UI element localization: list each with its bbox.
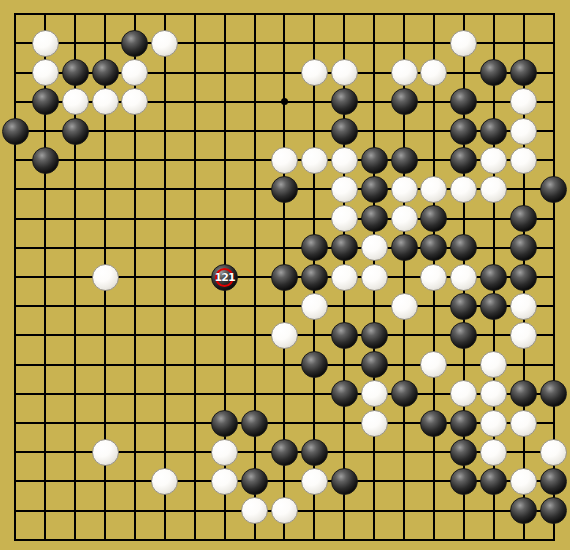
black-stone — [510, 205, 537, 232]
black-stone — [540, 380, 567, 407]
black-stone — [331, 118, 358, 145]
black-stone — [271, 439, 298, 466]
black-stone — [211, 410, 238, 437]
white-stone — [510, 147, 537, 174]
white-stone — [391, 59, 418, 86]
black-stone — [361, 322, 388, 349]
black-stone — [420, 205, 447, 232]
white-stone — [480, 439, 507, 466]
white-stone — [510, 293, 537, 320]
white-stone — [420, 176, 447, 203]
black-stone — [510, 234, 537, 261]
black-stone — [361, 176, 388, 203]
black-stone — [480, 293, 507, 320]
white-stone — [361, 410, 388, 437]
black-stone — [450, 410, 477, 437]
black-stone — [32, 147, 59, 174]
black-stone — [361, 205, 388, 232]
black-stone — [2, 118, 29, 145]
white-stone — [480, 147, 507, 174]
white-stone — [361, 380, 388, 407]
white-stone — [92, 439, 119, 466]
grid-line-horizontal — [14, 539, 554, 541]
black-stone — [331, 88, 358, 115]
white-stone — [151, 30, 178, 57]
black-stone — [121, 30, 148, 57]
white-stone — [331, 205, 358, 232]
white-stone — [271, 147, 298, 174]
black-stone — [331, 380, 358, 407]
black-stone — [450, 88, 477, 115]
black-stone — [480, 468, 507, 495]
black-stone — [361, 351, 388, 378]
white-stone — [450, 264, 477, 291]
black-stone — [62, 118, 89, 145]
white-stone — [420, 59, 447, 86]
grid-line-horizontal — [14, 364, 554, 366]
black-stone — [510, 264, 537, 291]
white-stone — [301, 293, 328, 320]
white-stone — [92, 264, 119, 291]
white-stone — [420, 264, 447, 291]
black-stone — [391, 380, 418, 407]
white-stone — [211, 439, 238, 466]
black-stone — [241, 410, 268, 437]
black-stone — [301, 439, 328, 466]
black-stone — [271, 264, 298, 291]
black-stone: 121 — [211, 264, 238, 291]
white-stone — [331, 147, 358, 174]
white-stone — [32, 30, 59, 57]
white-stone — [450, 30, 477, 57]
black-stone — [301, 264, 328, 291]
black-stone — [62, 59, 89, 86]
black-stone — [540, 468, 567, 495]
white-stone — [211, 468, 238, 495]
black-stone — [450, 468, 477, 495]
black-stone — [480, 118, 507, 145]
white-stone — [301, 468, 328, 495]
black-stone — [450, 147, 477, 174]
white-stone — [92, 88, 119, 115]
move-number-label: 121 — [212, 265, 237, 290]
black-stone — [301, 234, 328, 261]
black-stone — [92, 59, 119, 86]
black-stone — [331, 468, 358, 495]
white-stone — [301, 147, 328, 174]
white-stone — [32, 59, 59, 86]
white-stone — [480, 176, 507, 203]
white-stone — [361, 264, 388, 291]
white-stone — [510, 410, 537, 437]
black-stone — [391, 147, 418, 174]
white-stone — [540, 439, 567, 466]
black-stone — [420, 234, 447, 261]
white-stone — [62, 88, 89, 115]
white-stone — [151, 468, 178, 495]
white-stone — [510, 118, 537, 145]
white-stone — [450, 380, 477, 407]
black-stone — [510, 380, 537, 407]
white-stone — [121, 59, 148, 86]
black-stone — [480, 59, 507, 86]
black-stone — [510, 497, 537, 524]
white-stone — [480, 410, 507, 437]
white-stone — [480, 351, 507, 378]
white-stone — [420, 351, 447, 378]
black-stone — [450, 322, 477, 349]
black-stone — [480, 264, 507, 291]
white-stone — [391, 176, 418, 203]
go-board[interactable]: 121 — [0, 0, 570, 550]
black-stone — [420, 410, 447, 437]
black-stone — [450, 118, 477, 145]
black-stone — [241, 468, 268, 495]
black-stone — [450, 439, 477, 466]
white-stone — [271, 497, 298, 524]
white-stone — [331, 176, 358, 203]
white-stone — [331, 59, 358, 86]
black-stone — [391, 88, 418, 115]
white-stone — [480, 380, 507, 407]
white-stone — [301, 59, 328, 86]
white-stone — [331, 264, 358, 291]
white-stone — [510, 88, 537, 115]
black-stone — [510, 59, 537, 86]
white-stone — [510, 322, 537, 349]
white-stone — [510, 468, 537, 495]
white-stone — [450, 176, 477, 203]
white-stone — [241, 497, 268, 524]
black-stone — [450, 234, 477, 261]
white-stone — [391, 293, 418, 320]
white-stone — [391, 205, 418, 232]
black-stone — [540, 497, 567, 524]
black-stone — [32, 88, 59, 115]
black-stone — [450, 293, 477, 320]
black-stone — [271, 176, 298, 203]
black-stone — [331, 234, 358, 261]
black-stone — [540, 176, 567, 203]
black-stone — [391, 234, 418, 261]
black-stone — [301, 351, 328, 378]
star-point — [281, 98, 288, 105]
black-stone — [361, 147, 388, 174]
white-stone — [271, 322, 298, 349]
white-stone — [361, 234, 388, 261]
black-stone — [331, 322, 358, 349]
white-stone — [121, 88, 148, 115]
